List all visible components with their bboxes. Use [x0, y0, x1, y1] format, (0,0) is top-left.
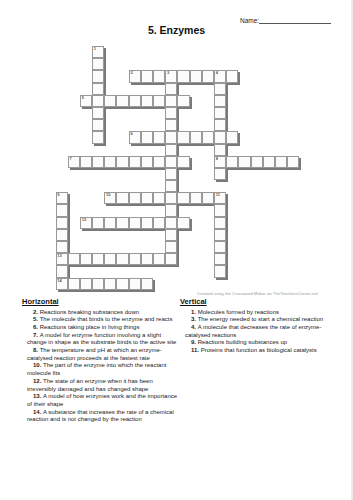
clue-item: 3. The energy needed to start a chemical… [185, 316, 333, 324]
grid-cell[interactable] [116, 253, 128, 265]
grid-cell[interactable] [116, 192, 128, 204]
grid-cell[interactable] [226, 156, 238, 168]
grid-cell[interactable] [80, 278, 92, 290]
grid-cell[interactable] [214, 83, 226, 95]
grid-cell[interactable] [56, 229, 68, 241]
clue-number: 1 [94, 47, 96, 52]
grid-cell[interactable] [129, 278, 141, 290]
clue-item: 9. Reactions building substances up [185, 339, 333, 347]
clue-number: 11 [216, 193, 220, 198]
grid-cell[interactable] [153, 131, 165, 143]
grid-cell[interactable] [92, 278, 104, 290]
grid-cell[interactable] [165, 83, 177, 95]
grid-cell[interactable]: 13 [56, 253, 68, 265]
page-title: 5. Enzymes [0, 24, 353, 36]
grid-cell[interactable]: 3 [165, 70, 177, 82]
grid-cell[interactable]: 4 [214, 70, 226, 82]
horizontal-clues: 2. Reactions breaking substances down5. … [27, 309, 178, 425]
clue-number: 5 [82, 96, 84, 101]
grid-cell[interactable]: 7 [68, 156, 80, 168]
grid-cell[interactable] [263, 156, 275, 168]
clue-number: 8 [216, 157, 218, 162]
clue-item: 12. The state of an enzyme when it has b… [27, 378, 178, 393]
clue-item: 8. The temperature and pH at which an en… [27, 347, 178, 362]
vertical-clues-section: Vertical 1. Molecules formed by reaction… [180, 297, 333, 355]
grid-cell[interactable] [92, 107, 104, 119]
clue-item: 5. The molecule that binds to the enzyme… [27, 316, 178, 324]
horizontal-heading: Horizontal [22, 297, 178, 306]
grid-cell[interactable] [177, 217, 189, 229]
grid-cell[interactable] [92, 156, 104, 168]
worksheet-page: Name: 5. Enzymes 1234567891011121314 Cre… [0, 0, 353, 500]
grid-cell[interactable] [141, 192, 153, 204]
clue-number: 10 [106, 193, 110, 198]
grid-cell[interactable] [116, 156, 128, 168]
grid-cell[interactable]: 10 [104, 192, 116, 204]
crossword-grid: 1234567891011121314 [56, 46, 300, 290]
grid-cell[interactable] [214, 95, 226, 107]
grid-cell[interactable] [92, 58, 104, 70]
grid-cell[interactable] [214, 253, 226, 265]
grid-cell[interactable] [141, 131, 153, 143]
grid-cell[interactable] [202, 192, 214, 204]
grid-cell[interactable]: 11 [214, 192, 226, 204]
grid-cell[interactable] [165, 156, 177, 168]
vertical-clues: 1. Molecules formed by reactions3. The e… [185, 309, 333, 355]
clue-number: 13 [57, 254, 61, 259]
grid-cell[interactable] [190, 70, 202, 82]
clue-number: 3 [167, 71, 169, 76]
grid-cell[interactable] [104, 278, 116, 290]
grid-cell[interactable]: 2 [129, 70, 141, 82]
grid-cell[interactable]: 12 [80, 217, 92, 229]
grid-cell[interactable] [165, 241, 177, 253]
grid-cell[interactable]: 14 [56, 278, 68, 290]
clue-item: 11. Proteins that function as biological… [185, 347, 333, 355]
grid-cell[interactable]: 6 [129, 131, 141, 143]
grid-cell[interactable] [177, 70, 189, 82]
name-label: Name: [240, 17, 259, 24]
grid-cell[interactable] [214, 119, 226, 131]
clue-number: 9 [57, 193, 59, 198]
grid-cell[interactable] [165, 168, 177, 180]
grid-cell[interactable] [80, 156, 92, 168]
grid-cell[interactable] [165, 119, 177, 131]
clue-number: 4 [216, 71, 218, 76]
grid-cell[interactable] [238, 156, 250, 168]
grid-cell[interactable] [165, 192, 177, 204]
grid-cell[interactable] [129, 253, 141, 265]
vertical-heading: Vertical [180, 297, 333, 306]
grid-cell[interactable] [153, 156, 165, 168]
clue-number: 14 [57, 279, 61, 284]
grid-cell[interactable] [116, 278, 128, 290]
grid-cell[interactable] [226, 131, 238, 143]
clue-item: 6. Reactions taking place in living thin… [27, 324, 178, 332]
grid-cell[interactable] [116, 217, 128, 229]
grid-cell[interactable] [141, 156, 153, 168]
grid-cell[interactable] [165, 229, 177, 241]
grid-cell[interactable] [190, 131, 202, 143]
grid-cell[interactable] [56, 204, 68, 216]
grid-cell[interactable] [177, 156, 189, 168]
grid-cell[interactable] [214, 217, 226, 229]
grid-cell[interactable] [214, 241, 226, 253]
grid-cell[interactable] [251, 156, 263, 168]
clue-number: 7 [69, 157, 71, 162]
grid-cell[interactable] [214, 265, 226, 277]
grid-cell[interactable] [104, 156, 116, 168]
grid-cell[interactable] [202, 70, 214, 82]
grid-cell[interactable] [104, 95, 116, 107]
grid-cell[interactable] [104, 253, 116, 265]
grid-cell[interactable] [141, 253, 153, 265]
grid-cell[interactable]: 8 [214, 156, 226, 168]
grid-cell[interactable] [56, 241, 68, 253]
grid-cell[interactable] [129, 95, 141, 107]
grid-cell[interactable] [129, 217, 141, 229]
grid-cell[interactable] [153, 70, 165, 82]
clue-number: 2 [130, 71, 132, 76]
grid-cell[interactable] [165, 95, 177, 107]
grid-cell[interactable] [214, 144, 226, 156]
grid-cell[interactable] [92, 83, 104, 95]
clue-number: 6 [130, 132, 132, 137]
grid-cell[interactable] [92, 217, 104, 229]
grid-cell[interactable] [141, 217, 153, 229]
grid-cell[interactable] [141, 70, 153, 82]
grid-cell[interactable] [177, 95, 189, 107]
grid-cell[interactable] [214, 131, 226, 143]
grid-cell[interactable] [165, 180, 177, 192]
grid-cell[interactable] [165, 253, 177, 265]
grid-cell[interactable] [80, 253, 92, 265]
grid-cell[interactable] [214, 168, 226, 180]
grid-cell[interactable] [56, 217, 68, 229]
grid-cell[interactable] [177, 131, 189, 143]
horizontal-clues-section: Horizontal 2. Reactions breaking substan… [22, 297, 178, 424]
clue-item: 1. Molecules formed by reactions [185, 309, 333, 317]
grid-cell[interactable] [165, 131, 177, 143]
grid-cell[interactable] [56, 265, 68, 277]
grid-cell[interactable] [141, 95, 153, 107]
clue-number: 12 [82, 218, 86, 223]
clue-item: 2. Reactions breaking substances down [27, 309, 178, 317]
grid-cell[interactable] [92, 95, 104, 107]
grid-cell[interactable] [116, 95, 128, 107]
grid-cell[interactable] [165, 144, 177, 156]
grid-cell[interactable] [153, 217, 165, 229]
grid-cell[interactable] [202, 131, 214, 143]
grid-cell[interactable] [214, 204, 226, 216]
grid-cell[interactable] [275, 156, 287, 168]
grid-cell[interactable] [129, 192, 141, 204]
grid-cell[interactable] [68, 253, 80, 265]
clue-item: 4. A molecule that decreases the rate of… [185, 324, 333, 339]
grid-cell[interactable] [129, 156, 141, 168]
grid-cell[interactable] [226, 70, 238, 82]
grid-cell[interactable] [287, 156, 299, 168]
name-blank-line [259, 17, 331, 24]
name-field: Name: [240, 17, 331, 24]
grid-cell[interactable]: 1 [92, 46, 104, 58]
grid-cell[interactable] [165, 204, 177, 216]
grid-cell[interactable] [214, 107, 226, 119]
clue-item: 10. The part of the enzyme into which th… [27, 362, 178, 377]
grid-cell[interactable] [214, 229, 226, 241]
grid-cell[interactable] [92, 131, 104, 143]
grid-cell[interactable] [177, 192, 189, 204]
grid-cell[interactable] [141, 278, 153, 290]
grid-cell[interactable]: 9 [56, 192, 68, 204]
grid-cell[interactable] [92, 119, 104, 131]
clue-item: 7. A model for enzyme function involving… [27, 332, 178, 347]
grid-cell[interactable] [190, 192, 202, 204]
grid-cell[interactable] [153, 192, 165, 204]
grid-cell[interactable]: 5 [80, 95, 92, 107]
attribution-text: Created using the Crossword Maker on The… [197, 291, 318, 296]
grid-cell[interactable] [92, 70, 104, 82]
clue-item: 13. A model of how enzymes work and the … [27, 393, 178, 408]
grid-cell[interactable] [153, 253, 165, 265]
grid-cell[interactable] [68, 278, 80, 290]
clue-item: 14. A substance that increases the rate … [27, 409, 178, 424]
grid-cell[interactable] [104, 217, 116, 229]
grid-cell[interactable] [165, 217, 177, 229]
grid-cell[interactable] [153, 95, 165, 107]
grid-cell[interactable] [92, 253, 104, 265]
grid-cell[interactable] [165, 107, 177, 119]
